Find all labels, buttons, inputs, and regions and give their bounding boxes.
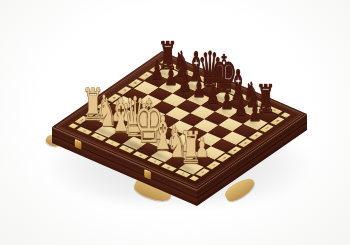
chess-set-photo: abcdefgh abcdefgh 87654321 87654321 ♜♞♝♛… — [0, 0, 350, 245]
brass-clasp-icon — [75, 139, 82, 150]
brass-clasp-icon — [144, 169, 151, 180]
